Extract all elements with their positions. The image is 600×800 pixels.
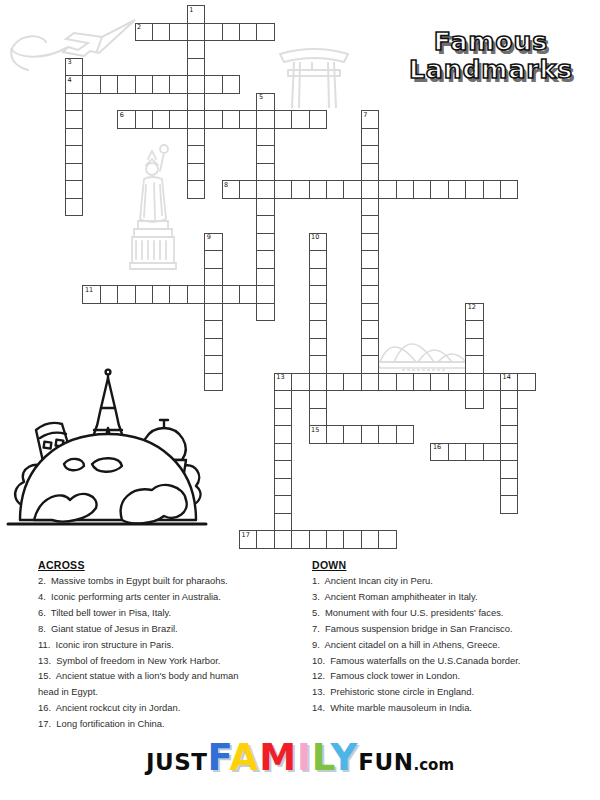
grid-cell[interactable]: [274, 425, 292, 444]
down-clue-item: 9. Ancient citadel on a hill in Athens, …: [312, 637, 584, 653]
grid-cell[interactable]: 9: [204, 233, 222, 252]
across-clue-item: 16. Ancient rockcut city in Jordan.: [38, 700, 296, 716]
grid-cell[interactable]: [274, 530, 292, 549]
grid-cell[interactable]: [500, 408, 518, 427]
grid-cell[interactable]: [256, 198, 274, 217]
grid-cell[interactable]: 15: [309, 425, 327, 444]
grid-cell[interactable]: [82, 75, 100, 94]
grid-cell[interactable]: [309, 250, 327, 269]
grid-cell[interactable]: [361, 320, 379, 339]
grid-cell[interactable]: [274, 460, 292, 479]
grid-cell[interactable]: [100, 285, 118, 304]
grid-cell[interactable]: [187, 180, 205, 199]
grid-cell[interactable]: [396, 180, 414, 199]
grid-cell[interactable]: [413, 373, 431, 392]
down-clue-item: 3. Ancient Roman amphitheater in Italy.: [312, 589, 584, 605]
grid-cell[interactable]: [326, 180, 344, 199]
crossword-grid[interactable]: 1234567891015111213141617: [0, 0, 600, 560]
logo-just: JUST: [146, 749, 208, 775]
grid-cell[interactable]: [343, 180, 361, 199]
clue-number: 12: [468, 304, 476, 311]
grid-cell[interactable]: [309, 408, 327, 427]
grid-cell[interactable]: [222, 285, 240, 304]
logo-com: .com: [414, 756, 455, 774]
grid-cell[interactable]: [309, 338, 327, 357]
grid-cell[interactable]: [500, 180, 518, 199]
clue-number: 13: [276, 374, 284, 381]
grid-cell[interactable]: [204, 285, 222, 304]
grid-cell[interactable]: [187, 23, 205, 42]
grid-cell[interactable]: [396, 373, 414, 392]
grid-cell[interactable]: [256, 128, 274, 147]
clue-number: 3: [68, 59, 72, 66]
grid-cell[interactable]: [500, 443, 518, 462]
grid-cell[interactable]: 12: [465, 303, 483, 322]
grid-cell[interactable]: 5: [256, 93, 274, 112]
across-header: ACROSS: [38, 557, 296, 573]
worksheet-page: Famous Landmarks 12345678910151112131416…: [0, 0, 600, 800]
down-clue-item: 13. Prehistoric stone circle in England.: [312, 684, 584, 700]
grid-cell[interactable]: [309, 373, 327, 392]
grid-cell[interactable]: [361, 215, 379, 234]
grid-cell[interactable]: [465, 338, 483, 357]
across-clue-item: 4. Iconic performing arts center in Aust…: [38, 589, 296, 605]
grid-cell[interactable]: [378, 180, 396, 199]
grid-cell[interactable]: [361, 338, 379, 357]
across-clue-item: 11. Iconic iron structure in Paris.: [38, 637, 296, 653]
grid-cell[interactable]: [204, 75, 222, 94]
grid-cell[interactable]: [309, 390, 327, 409]
clue-number: 10: [311, 234, 319, 241]
grid-cell[interactable]: [309, 355, 327, 374]
grid-cell[interactable]: 17: [239, 530, 257, 549]
across-clue-item: 13. Symbol of freedom in New York Harbor…: [38, 653, 296, 669]
grid-cell[interactable]: [187, 110, 205, 129]
grid-cell[interactable]: 14: [500, 373, 518, 392]
across-clues: ACROSS 2. Massive tombs in Egypt built f…: [38, 557, 296, 732]
across-clue-item: 2. Massive tombs in Egypt built for phar…: [38, 573, 296, 589]
grid-cell[interactable]: [500, 460, 518, 479]
logo-family-letter: L: [312, 736, 331, 779]
grid-cell[interactable]: [361, 355, 379, 374]
page-title: Famous Landmarks: [396, 28, 586, 84]
grid-cell[interactable]: [361, 268, 379, 287]
grid-cell[interactable]: [256, 268, 274, 287]
logo-family-letter: F: [207, 736, 229, 779]
grid-cell[interactable]: [361, 145, 379, 164]
grid-cell[interactable]: [483, 443, 501, 462]
grid-cell[interactable]: 2: [135, 23, 153, 42]
grid-cell[interactable]: [187, 128, 205, 147]
down-clue-item: 10. Famous waterfalls on the U.S.Canada …: [312, 653, 584, 669]
grid-cell[interactable]: [65, 110, 83, 129]
grid-cell[interactable]: [187, 163, 205, 182]
grid-cell[interactable]: [326, 425, 344, 444]
clue-number: 9: [207, 234, 211, 241]
down-clues: DOWN 1. Ancient Incan city in Peru.3. An…: [312, 557, 584, 716]
grid-cell[interactable]: [309, 285, 327, 304]
grid-cell[interactable]: [65, 180, 83, 199]
grid-cell[interactable]: [169, 75, 187, 94]
grid-cell[interactable]: [413, 180, 431, 199]
grid-cell[interactable]: [204, 320, 222, 339]
grid-cell[interactable]: [204, 303, 222, 322]
title-line-1: Famous: [396, 28, 586, 56]
grid-cell[interactable]: [378, 530, 396, 549]
grid-cell[interactable]: [204, 355, 222, 374]
grid-cell[interactable]: [65, 198, 83, 217]
grid-cell[interactable]: [483, 373, 501, 392]
grid-cell[interactable]: [448, 180, 466, 199]
logo-fun: FUN: [358, 749, 413, 775]
grid-cell[interactable]: [187, 93, 205, 112]
grid-cell[interactable]: [187, 58, 205, 77]
grid-cell[interactable]: [65, 128, 83, 147]
grid-cell[interactable]: [361, 425, 379, 444]
grid-cell[interactable]: [256, 233, 274, 252]
grid-cell[interactable]: [152, 285, 170, 304]
across-clue-item: 6. Tilted bell tower in Pisa, Italy.: [38, 605, 296, 621]
grid-cell[interactable]: [135, 75, 153, 94]
grid-cell[interactable]: [204, 373, 222, 392]
grid-cell[interactable]: [117, 285, 135, 304]
grid-cell[interactable]: [135, 110, 153, 129]
grid-cell[interactable]: [309, 530, 327, 549]
grid-cell[interactable]: 10: [309, 233, 327, 252]
grid-cell[interactable]: [361, 198, 379, 217]
grid-cell[interactable]: [187, 40, 205, 59]
grid-cell[interactable]: [256, 145, 274, 164]
grid-cell[interactable]: [239, 23, 257, 42]
grid-cell[interactable]: [187, 285, 205, 304]
grid-cell[interactable]: 16: [430, 443, 448, 462]
grid-cell[interactable]: [169, 285, 187, 304]
grid-cell[interactable]: [256, 285, 274, 304]
grid-cell[interactable]: [256, 110, 274, 129]
grid-cell[interactable]: [239, 110, 257, 129]
grid-cell[interactable]: [239, 285, 257, 304]
grid-cell[interactable]: [256, 303, 274, 322]
grid-cell[interactable]: [274, 408, 292, 427]
grid-cell[interactable]: [117, 75, 135, 94]
grid-cell[interactable]: [361, 373, 379, 392]
grid-cell[interactable]: [222, 75, 240, 94]
grid-cell[interactable]: [309, 303, 327, 322]
clue-number: 1: [189, 7, 193, 14]
grid-cell[interactable]: [309, 320, 327, 339]
grid-cell[interactable]: [309, 110, 327, 129]
grid-cell[interactable]: [343, 373, 361, 392]
grid-cell[interactable]: [274, 180, 292, 199]
grid-cell[interactable]: [135, 285, 153, 304]
grid-cell[interactable]: [430, 373, 448, 392]
grid-cell[interactable]: [500, 425, 518, 444]
down-header: DOWN: [312, 557, 584, 573]
grid-cell[interactable]: [256, 250, 274, 269]
grid-cell[interactable]: [222, 23, 240, 42]
logo-family-letter: I: [297, 736, 312, 779]
grid-cell[interactable]: [500, 495, 518, 514]
grid-cell[interactable]: [274, 110, 292, 129]
grid-cell[interactable]: 4: [65, 75, 83, 94]
grid-cell[interactable]: [256, 180, 274, 199]
clue-number: 8: [224, 182, 228, 189]
grid-cell[interactable]: [169, 23, 187, 42]
clue-number: 7: [363, 112, 367, 119]
clue-number: 2: [137, 24, 141, 31]
grid-cell[interactable]: [465, 390, 483, 409]
grid-cell[interactable]: [204, 250, 222, 269]
grid-cell[interactable]: [483, 180, 501, 199]
grid-cell[interactable]: [274, 443, 292, 462]
grid-cell[interactable]: [204, 338, 222, 357]
grid-cell[interactable]: [291, 530, 309, 549]
grid-cell[interactable]: [291, 373, 309, 392]
grid-cell[interactable]: [326, 373, 344, 392]
grid-cell[interactable]: [256, 163, 274, 182]
grid-cell[interactable]: [361, 303, 379, 322]
grid-cell[interactable]: [361, 233, 379, 252]
grid-cell[interactable]: [517, 373, 535, 392]
grid-cell[interactable]: [361, 250, 379, 269]
down-clue-item: 1. Ancient Incan city in Peru.: [312, 573, 584, 589]
grid-cell[interactable]: [326, 530, 344, 549]
grid-cell[interactable]: [65, 145, 83, 164]
clue-number: 5: [259, 94, 263, 101]
grid-cell[interactable]: [65, 93, 83, 112]
grid-cell[interactable]: [309, 180, 327, 199]
across-clue-item: 17. Long fortification in China.: [38, 716, 296, 732]
grid-cell[interactable]: 7: [361, 110, 379, 129]
grid-cell[interactable]: [274, 513, 292, 532]
across-clue-item: 8. Giant statue of Jesus in Brazil.: [38, 621, 296, 637]
grid-cell[interactable]: [378, 373, 396, 392]
grid-cell[interactable]: 8: [222, 180, 240, 199]
grid-cell[interactable]: [256, 23, 274, 42]
grid-cell[interactable]: 1: [187, 5, 205, 24]
grid-cell[interactable]: [204, 268, 222, 287]
grid-cell[interactable]: [65, 163, 83, 182]
grid-cell[interactable]: [152, 110, 170, 129]
grid-cell[interactable]: [465, 355, 483, 374]
grid-cell[interactable]: [448, 373, 466, 392]
grid-cell[interactable]: [204, 110, 222, 129]
grid-cell[interactable]: [361, 180, 379, 199]
grid-cell[interactable]: [500, 390, 518, 409]
grid-cell[interactable]: [448, 443, 466, 462]
clue-number: 11: [85, 287, 93, 294]
grid-cell[interactable]: [361, 163, 379, 182]
grid-cell[interactable]: [396, 425, 414, 444]
grid-cell[interactable]: [274, 390, 292, 409]
grid-cell[interactable]: [309, 268, 327, 287]
logo-family-letter: Y: [331, 736, 359, 779]
grid-cell[interactable]: 6: [117, 110, 135, 129]
grid-cell[interactable]: [152, 75, 170, 94]
down-clue-item: 14. White marble mausoleum in India.: [312, 700, 584, 716]
grid-cell[interactable]: [256, 215, 274, 234]
grid-cell[interactable]: [169, 110, 187, 129]
logo-family-letter: A: [229, 736, 259, 779]
clue-number: 16: [433, 444, 441, 451]
grid-cell[interactable]: [222, 110, 240, 129]
grid-cell[interactable]: [500, 478, 518, 497]
down-clue-item: 7. Famous suspension bridge in San Franc…: [312, 621, 584, 637]
grid-cell[interactable]: [100, 75, 118, 94]
grid-cell[interactable]: [361, 128, 379, 147]
grid-cell[interactable]: [274, 495, 292, 514]
grid-cell[interactable]: [465, 443, 483, 462]
grid-cell[interactable]: [274, 478, 292, 497]
grid-cell[interactable]: [465, 180, 483, 199]
clue-number: 6: [120, 112, 124, 119]
down-clue-item: 12. Famous clock tower in London.: [312, 668, 584, 684]
grid-cell[interactable]: [291, 110, 309, 129]
grid-cell[interactable]: [187, 75, 205, 94]
across-clue-item: 15. Ancient statue with a lion's body an…: [38, 668, 296, 700]
clue-number: 14: [503, 374, 511, 381]
grid-cell[interactable]: [343, 425, 361, 444]
grid-cell[interactable]: [291, 180, 309, 199]
grid-cell[interactable]: [378, 425, 396, 444]
clue-number: 15: [311, 427, 319, 434]
brand-logo: JUSTFAMILYFUN.com: [0, 736, 600, 779]
grid-cell[interactable]: [204, 23, 222, 42]
grid-cell[interactable]: [465, 320, 483, 339]
grid-cell[interactable]: [465, 373, 483, 392]
grid-cell[interactable]: [361, 530, 379, 549]
grid-cell[interactable]: [361, 285, 379, 304]
grid-cell[interactable]: 13: [274, 373, 292, 392]
grid-cell[interactable]: [152, 23, 170, 42]
grid-cell[interactable]: [256, 530, 274, 549]
grid-cell[interactable]: 11: [82, 285, 100, 304]
clue-number: 17: [242, 532, 250, 539]
grid-cell[interactable]: 3: [65, 58, 83, 77]
grid-cell[interactable]: [239, 180, 257, 199]
clue-number: 4: [68, 77, 72, 84]
grid-cell[interactable]: [187, 145, 205, 164]
logo-family-letter: M: [259, 736, 297, 779]
title-line-2: Landmarks: [396, 56, 586, 84]
down-clue-item: 5. Monument with four U.S. presidents' f…: [312, 605, 584, 621]
grid-cell[interactable]: [430, 180, 448, 199]
grid-cell[interactable]: [343, 530, 361, 549]
